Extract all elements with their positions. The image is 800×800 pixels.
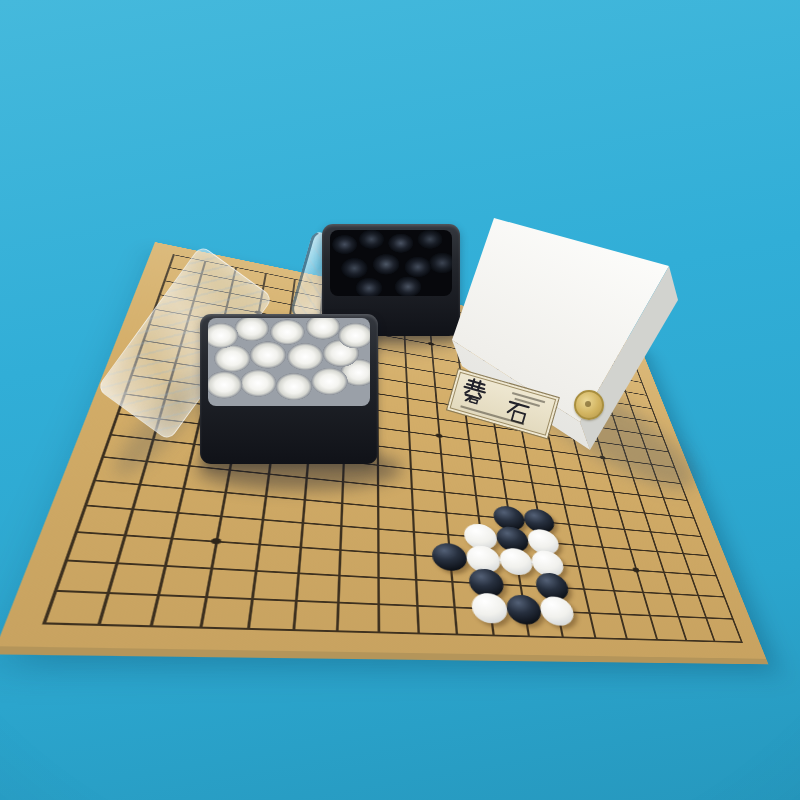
hoshi-point — [210, 537, 221, 544]
black-stone — [431, 542, 468, 572]
gold-seal — [574, 390, 604, 420]
white-stones-heap — [208, 318, 370, 406]
white-stones-bowl — [200, 314, 378, 464]
hoshi-point — [632, 567, 640, 572]
white-stone — [470, 592, 509, 623]
board-edge — [0, 646, 768, 664]
white-stone — [538, 596, 576, 626]
go-set-product-photo — [0, 0, 800, 800]
white-stone — [498, 547, 534, 576]
go-stones-box — [428, 204, 692, 470]
black-stone — [504, 594, 542, 625]
kanji-go-icon — [458, 374, 490, 406]
